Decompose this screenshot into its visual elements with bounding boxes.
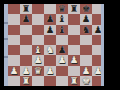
square-c3[interactable]: ♟ (32, 55, 44, 65)
square-d3[interactable] (44, 55, 56, 65)
square-g2[interactable]: ♟ (80, 66, 92, 76)
white-pawn-d2[interactable]: ♟ (46, 66, 55, 76)
white-pawn-b2[interactable]: ♟ (22, 66, 31, 76)
black-pawn-g7[interactable]: ♟ (82, 14, 91, 24)
square-b2[interactable]: ♟ (20, 66, 32, 76)
square-d7[interactable]: ♟ (44, 14, 56, 24)
square-b6[interactable] (20, 25, 32, 35)
square-e1[interactable] (56, 76, 68, 86)
square-e4[interactable]: ♟ (56, 45, 68, 55)
square-f5[interactable] (68, 35, 80, 45)
square-h5[interactable] (92, 35, 101, 45)
white-pawn-e3[interactable]: ♟ (58, 55, 67, 65)
square-b4[interactable] (20, 45, 32, 55)
black-queen-e8[interactable]: ♛ (58, 4, 67, 14)
white-king-g1[interactable]: ♚ (82, 76, 91, 86)
square-g1[interactable]: ♚ (80, 76, 92, 86)
square-a4[interactable] (8, 45, 20, 55)
black-knight-g6[interactable]: ♞ (82, 25, 91, 35)
chess-board[interactable]: ♜♛♜♚♟♟♝♟♟♝♞♟♝♞♟♟♟♟♟♟♛♟♟♟♜♜♚ (8, 4, 101, 86)
square-e6[interactable]: ♝ (56, 25, 68, 35)
square-c4[interactable]: ♝ (32, 45, 44, 55)
square-a7[interactable] (8, 14, 20, 24)
square-f2[interactable] (68, 66, 80, 76)
square-f3[interactable]: ♟ (68, 55, 80, 65)
square-c8[interactable] (32, 4, 44, 14)
square-d6[interactable]: ♟ (44, 25, 56, 35)
square-c2[interactable]: ♛ (32, 66, 44, 76)
square-h6[interactable]: ♟ (92, 25, 101, 35)
square-g6[interactable]: ♞ (80, 25, 92, 35)
square-h4[interactable] (92, 45, 101, 55)
square-h7[interactable] (92, 14, 101, 24)
square-f7[interactable] (68, 14, 80, 24)
square-g5[interactable] (80, 35, 92, 45)
square-c5[interactable] (32, 35, 44, 45)
black-pawn-b7[interactable]: ♟ (22, 14, 31, 24)
square-c6[interactable] (32, 25, 44, 35)
square-c7[interactable] (32, 14, 44, 24)
square-a5[interactable] (8, 35, 20, 45)
black-rook-f8[interactable]: ♜ (70, 4, 79, 14)
white-knight-d4[interactable]: ♞ (46, 45, 55, 55)
square-e3[interactable]: ♟ (56, 55, 68, 65)
black-bishop-e7[interactable]: ♝ (58, 14, 67, 24)
white-pawn-g2[interactable]: ♟ (82, 66, 91, 76)
square-e2[interactable] (56, 66, 68, 76)
square-b8[interactable]: ♜ (20, 4, 32, 14)
white-pawn-h2[interactable]: ♟ (94, 66, 101, 76)
square-a6[interactable] (8, 25, 20, 35)
black-king-g8[interactable]: ♚ (82, 4, 91, 14)
square-h8[interactable] (92, 4, 101, 14)
white-pawn-a2[interactable]: ♟ (10, 66, 19, 76)
square-d8[interactable] (44, 4, 56, 14)
square-d2[interactable]: ♟ (44, 66, 56, 76)
black-bishop-e6[interactable]: ♝ (58, 25, 67, 35)
black-pawn-h6[interactable]: ♟ (94, 25, 101, 35)
white-pawn-c3[interactable]: ♟ (34, 55, 43, 65)
square-f6[interactable] (68, 25, 80, 35)
square-h1[interactable] (92, 76, 101, 86)
window-edge-right (101, 4, 104, 86)
black-pawn-d7[interactable]: ♟ (46, 14, 55, 24)
square-d4[interactable]: ♞ (44, 45, 56, 55)
square-b7[interactable]: ♟ (20, 14, 32, 24)
square-g7[interactable]: ♟ (80, 14, 92, 24)
square-h2[interactable]: ♟ (92, 66, 101, 76)
white-rook-f1[interactable]: ♜ (70, 76, 79, 86)
square-f4[interactable] (68, 45, 80, 55)
white-rook-b1[interactable]: ♜ (22, 76, 31, 86)
square-e7[interactable]: ♝ (56, 14, 68, 24)
square-f1[interactable]: ♜ (68, 76, 80, 86)
square-h3[interactable] (92, 55, 101, 65)
square-g4[interactable] (80, 45, 92, 55)
app-window: ♜♛♜♚♟♟♝♟♟♝♞♟♝♞♟♟♟♟♟♟♛♟♟♟♜♜♚ (0, 0, 120, 90)
black-rook-b8[interactable]: ♜ (22, 4, 31, 14)
square-g3[interactable] (80, 55, 92, 65)
black-pawn-e4[interactable]: ♟ (58, 45, 67, 55)
black-pawn-d6[interactable]: ♟ (46, 25, 55, 35)
square-b3[interactable] (20, 55, 32, 65)
square-a8[interactable] (8, 4, 20, 14)
square-e8[interactable]: ♛ (56, 4, 68, 14)
square-e5[interactable] (56, 35, 68, 45)
square-d1[interactable] (44, 76, 56, 86)
square-b5[interactable] (20, 35, 32, 45)
white-queen-c2[interactable]: ♛ (34, 66, 43, 76)
square-a2[interactable]: ♟ (8, 66, 20, 76)
square-f8[interactable]: ♜ (68, 4, 80, 14)
square-a3[interactable] (8, 55, 20, 65)
square-b1[interactable]: ♜ (20, 76, 32, 86)
square-c1[interactable] (32, 76, 44, 86)
white-bishop-c4[interactable]: ♝ (34, 45, 43, 55)
square-g8[interactable]: ♚ (80, 4, 92, 14)
square-d5[interactable] (44, 35, 56, 45)
white-pawn-f3[interactable]: ♟ (70, 55, 79, 65)
square-a1[interactable] (8, 76, 20, 86)
